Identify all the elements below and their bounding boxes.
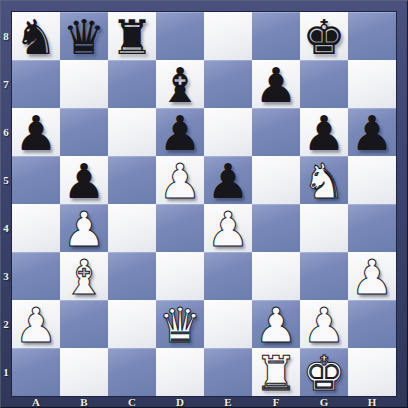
square-h3[interactable]: ♟ [348,252,396,300]
rank-label-7: 7 [0,60,12,108]
piece-black-pawn-a6: ♟ [14,109,57,157]
square-b7[interactable] [60,60,108,108]
square-h5[interactable] [348,156,396,204]
piece-black-pawn-b5: ♟ [62,157,105,205]
square-a6[interactable]: ♟ [12,108,60,156]
piece-black-pawn-e5: ♟ [206,157,249,205]
square-c1[interactable] [108,348,156,396]
square-h4[interactable] [348,204,396,252]
rank-label-2: 2 [0,300,12,348]
piece-white-pawn-e4: ♟ [206,205,249,253]
piece-white-pawn-d5: ♟ [158,157,201,205]
piece-black-queen-b8: ♛ [62,13,105,61]
file-label-H: H [348,396,396,408]
square-a3[interactable] [12,252,60,300]
rank-label-6: 6 [0,108,12,156]
square-f5[interactable] [252,156,300,204]
piece-white-knight-g5: ♞ [302,157,345,205]
piece-black-pawn-h6: ♟ [350,109,393,157]
piece-white-pawn-a2: ♟ [14,301,57,349]
piece-white-pawn-g2: ♟ [302,301,345,349]
square-g7[interactable] [300,60,348,108]
file-label-G: G [300,396,348,408]
square-g4[interactable] [300,204,348,252]
file-label-C: C [108,396,156,408]
piece-white-king-g1: ♚ [302,349,345,397]
square-e7[interactable] [204,60,252,108]
square-c6[interactable] [108,108,156,156]
square-c2[interactable] [108,300,156,348]
square-e6[interactable] [204,108,252,156]
square-d3[interactable] [156,252,204,300]
square-d4[interactable] [156,204,204,252]
piece-black-king-g8: ♚ [302,13,345,61]
square-d2[interactable]: ♛ [156,300,204,348]
square-f7[interactable]: ♟ [252,60,300,108]
square-e1[interactable] [204,348,252,396]
rank-label-8: 8 [0,12,12,60]
square-d7[interactable]: ♝ [156,60,204,108]
piece-white-pawn-f2: ♟ [254,301,297,349]
square-h2[interactable] [348,300,396,348]
square-f3[interactable] [252,252,300,300]
square-b4[interactable]: ♟ [60,204,108,252]
square-b5[interactable]: ♟ [60,156,108,204]
piece-white-rook-f1: ♜ [254,349,297,397]
piece-black-bishop-d7: ♝ [158,61,201,109]
square-e3[interactable] [204,252,252,300]
square-a8[interactable]: ♞ [12,12,60,60]
piece-white-pawn-b4: ♟ [62,205,105,253]
piece-black-pawn-d6: ♟ [158,109,201,157]
square-g5[interactable]: ♞ [300,156,348,204]
square-h1[interactable] [348,348,396,396]
square-g2[interactable]: ♟ [300,300,348,348]
square-d8[interactable] [156,12,204,60]
file-label-E: E [204,396,252,408]
square-a1[interactable] [12,348,60,396]
square-c4[interactable] [108,204,156,252]
piece-black-pawn-f7: ♟ [254,61,297,109]
piece-black-pawn-g6: ♟ [302,109,345,157]
square-b8[interactable]: ♛ [60,12,108,60]
square-d1[interactable] [156,348,204,396]
file-label-F: F [252,396,300,408]
piece-white-queen-d2: ♛ [158,301,201,349]
square-h7[interactable] [348,60,396,108]
square-f4[interactable] [252,204,300,252]
square-d6[interactable]: ♟ [156,108,204,156]
piece-black-rook-c8: ♜ [110,13,153,61]
square-c7[interactable] [108,60,156,108]
rank-label-3: 3 [0,252,12,300]
square-a5[interactable] [12,156,60,204]
square-c5[interactable] [108,156,156,204]
square-e4[interactable]: ♟ [204,204,252,252]
square-b6[interactable] [60,108,108,156]
square-g1[interactable]: ♚ [300,348,348,396]
square-a2[interactable]: ♟ [12,300,60,348]
rank-label-1: 1 [0,348,12,396]
square-c8[interactable]: ♜ [108,12,156,60]
piece-white-bishop-b3: ♝ [62,253,105,301]
square-b1[interactable] [60,348,108,396]
square-a7[interactable] [12,60,60,108]
square-g3[interactable] [300,252,348,300]
square-h8[interactable] [348,12,396,60]
square-c3[interactable] [108,252,156,300]
square-e8[interactable] [204,12,252,60]
file-label-D: D [156,396,204,408]
square-b2[interactable] [60,300,108,348]
square-f6[interactable] [252,108,300,156]
square-a4[interactable] [12,204,60,252]
square-d5[interactable]: ♟ [156,156,204,204]
file-label-A: A [12,396,60,408]
piece-white-pawn-h3: ♟ [350,253,393,301]
square-e2[interactable] [204,300,252,348]
square-b3[interactable]: ♝ [60,252,108,300]
square-f8[interactable] [252,12,300,60]
rank-label-5: 5 [0,156,12,204]
square-f2[interactable]: ♟ [252,300,300,348]
rank-label-4: 4 [0,204,12,252]
square-g8[interactable]: ♚ [300,12,348,60]
chess-board: ♞♛♜♚♝♟♟♟♟♟♟♟♟♞♟♟♝♟♟♛♟♟♜♚ [12,12,396,396]
square-e5[interactable]: ♟ [204,156,252,204]
square-f1[interactable]: ♜ [252,348,300,396]
square-h6[interactable]: ♟ [348,108,396,156]
file-label-B: B [60,396,108,408]
square-g6[interactable]: ♟ [300,108,348,156]
piece-black-knight-a8: ♞ [14,13,57,61]
chess-diagram-frame: ♞♛♜♚♝♟♟♟♟♟♟♟♟♞♟♟♝♟♟♛♟♟♜♚ 87654321 ABCDEF… [0,0,408,408]
